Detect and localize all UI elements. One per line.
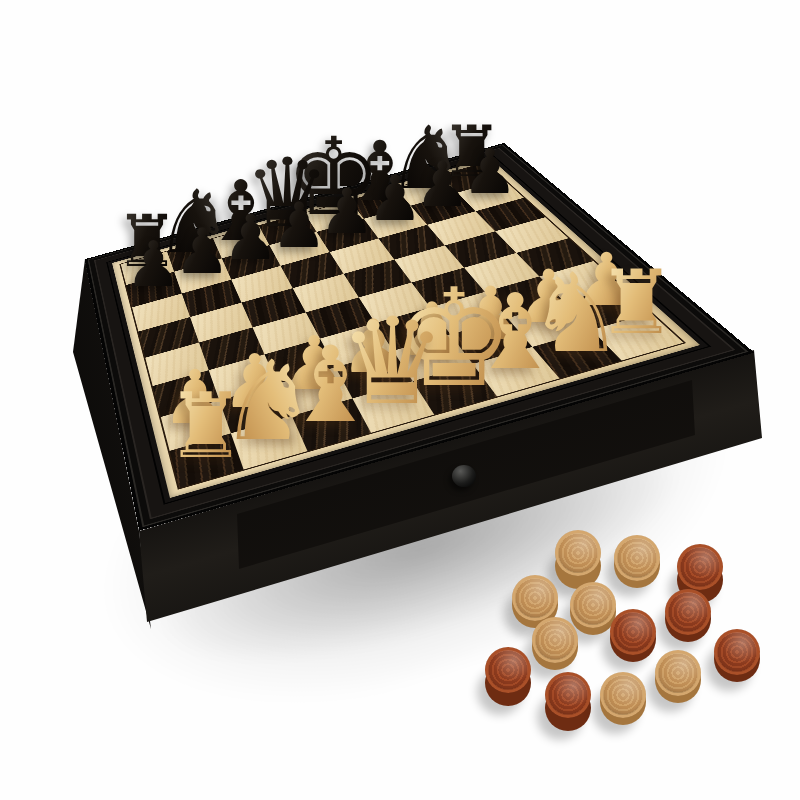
checker-light-2 [614, 535, 660, 581]
checker-red-7 [610, 609, 656, 655]
checker-light-13 [600, 672, 646, 718]
checker-light-11 [655, 650, 701, 696]
checker-red-12 [545, 672, 591, 718]
checker-red-3 [677, 544, 723, 590]
checker-red-9 [714, 629, 760, 675]
checkers-layer [0, 0, 800, 800]
product-photo-scene: ♜♞♝♛♚♝♞♜♟♟♟♟♟♟♟♟♟♟♟♟♟♟♟♟♜♞♝♛♚♝♞♜ [0, 0, 800, 800]
checker-light-4 [512, 575, 558, 621]
checker-light-1 [555, 530, 601, 576]
checker-red-10 [485, 647, 531, 693]
checker-red-6 [665, 589, 711, 635]
checker-light-8 [532, 617, 578, 663]
